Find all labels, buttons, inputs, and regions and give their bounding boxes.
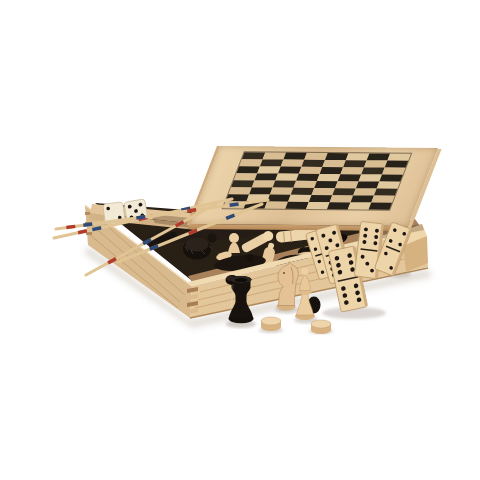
stick-band xyxy=(150,246,158,249)
stick-band xyxy=(78,231,87,233)
stick-band xyxy=(83,224,92,225)
stick-band xyxy=(136,217,145,218)
stick-band xyxy=(230,204,239,205)
stick-band xyxy=(92,228,101,230)
stick-band xyxy=(226,215,234,218)
stick-band xyxy=(187,210,196,211)
sticks-and-dominoes-layer xyxy=(0,0,480,480)
stick-band xyxy=(66,226,75,227)
mikado-sticks xyxy=(54,199,268,275)
stick-band xyxy=(189,230,197,233)
product-photo-wooden-game-set xyxy=(0,0,480,480)
stick-band xyxy=(143,239,151,243)
stick-band xyxy=(176,222,184,226)
dominoes xyxy=(305,221,411,312)
stick-band xyxy=(108,259,116,263)
